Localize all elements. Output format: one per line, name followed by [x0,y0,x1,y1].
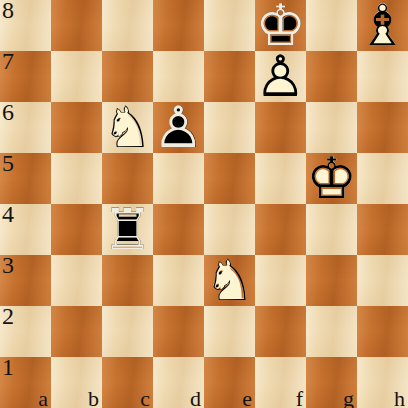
square-h3[interactable] [357,255,408,306]
square-d6[interactable]: ♟♙ [153,102,204,153]
square-f7[interactable]: ♟♙ [255,51,306,102]
file-label-g: g [343,388,354,408]
square-h2[interactable] [357,306,408,357]
square-a6[interactable]: 6 [0,102,51,153]
square-e3[interactable]: ♞♘ [204,255,255,306]
black-pawn-outline: ♙ [153,102,204,153]
square-a7[interactable]: 7 [0,51,51,102]
rank-label-5: 5 [2,151,14,175]
square-a2[interactable]: 2 [0,306,51,357]
square-b8[interactable] [51,0,102,51]
white-knight[interactable]: ♞♘ [204,255,255,306]
square-d4[interactable] [153,204,204,255]
file-label-h: h [394,388,405,408]
white-king-outline: ♔ [306,153,357,204]
square-e2[interactable] [204,306,255,357]
white-king[interactable]: ♚♔ [306,153,357,204]
square-d8[interactable] [153,0,204,51]
square-g8[interactable] [306,0,357,51]
rank-label-2: 2 [2,304,14,328]
square-c4[interactable]: ♜♖ [102,204,153,255]
square-h8[interactable]: ♝♗ [357,0,408,51]
square-f4[interactable] [255,204,306,255]
square-f3[interactable] [255,255,306,306]
square-g1[interactable]: g [306,357,357,408]
black-pawn[interactable]: ♟♙ [153,102,204,153]
square-b2[interactable] [51,306,102,357]
square-f5[interactable] [255,153,306,204]
square-d3[interactable] [153,255,204,306]
rank-label-7: 7 [2,49,14,73]
square-e1[interactable]: e [204,357,255,408]
square-h5[interactable] [357,153,408,204]
square-c1[interactable]: c [102,357,153,408]
square-e5[interactable] [204,153,255,204]
file-label-a: a [38,388,48,408]
square-b4[interactable] [51,204,102,255]
square-c2[interactable] [102,306,153,357]
square-b7[interactable] [51,51,102,102]
square-a3[interactable]: 3 [0,255,51,306]
rank-label-4: 4 [2,202,14,226]
square-d5[interactable] [153,153,204,204]
square-h1[interactable]: h [357,357,408,408]
file-label-e: e [242,388,252,408]
square-h6[interactable] [357,102,408,153]
file-label-f: f [296,388,303,408]
square-h4[interactable] [357,204,408,255]
white-bishop-outline: ♗ [357,0,408,51]
square-f1[interactable]: f [255,357,306,408]
square-g5[interactable]: ♚♔ [306,153,357,204]
square-c6[interactable]: ♞♘ [102,102,153,153]
white-pawn[interactable]: ♟♙ [255,51,306,102]
square-b6[interactable] [51,102,102,153]
file-label-b: b [88,388,99,408]
square-d1[interactable]: d [153,357,204,408]
square-d2[interactable] [153,306,204,357]
square-g7[interactable] [306,51,357,102]
black-rook-outline: ♖ [102,204,153,255]
square-h7[interactable] [357,51,408,102]
white-knight-outline: ♘ [204,255,255,306]
white-pawn-outline: ♙ [255,51,306,102]
rank-label-8: 8 [2,0,14,22]
rank-label-6: 6 [2,100,14,124]
square-g2[interactable] [306,306,357,357]
square-b1[interactable]: b [51,357,102,408]
square-b5[interactable] [51,153,102,204]
square-c8[interactable] [102,0,153,51]
square-c3[interactable] [102,255,153,306]
square-e8[interactable] [204,0,255,51]
black-rook[interactable]: ♜♖ [102,204,153,255]
chess-board: 8♚♔♝♗7♟♙6♞♘♟♙5♚♔4♜♖3♞♘21abcdefgh [0,0,408,408]
square-a8[interactable]: 8 [0,0,51,51]
file-label-d: d [190,388,201,408]
square-e7[interactable] [204,51,255,102]
square-a1[interactable]: 1a [0,357,51,408]
square-g3[interactable] [306,255,357,306]
file-label-c: c [140,388,150,408]
square-a5[interactable]: 5 [0,153,51,204]
square-f2[interactable] [255,306,306,357]
white-knight-outline: ♘ [102,102,153,153]
white-knight[interactable]: ♞♘ [102,102,153,153]
square-b3[interactable] [51,255,102,306]
square-f6[interactable] [255,102,306,153]
white-bishop[interactable]: ♝♗ [357,0,408,51]
rank-label-1: 1 [2,355,14,379]
square-e6[interactable] [204,102,255,153]
rank-label-3: 3 [2,253,14,277]
square-a4[interactable]: 4 [0,204,51,255]
square-g4[interactable] [306,204,357,255]
